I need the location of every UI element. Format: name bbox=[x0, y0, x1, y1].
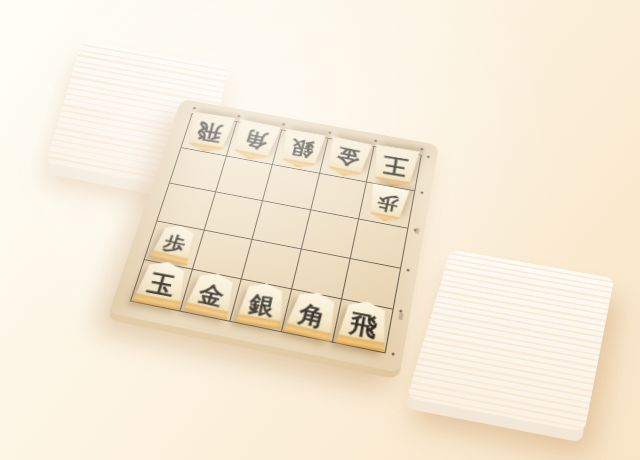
piece-kanji: 飛 bbox=[348, 312, 379, 342]
piece-kanji: 飛 bbox=[195, 120, 224, 143]
piece-gote-king[interactable]: 王 bbox=[370, 145, 420, 190]
grid-end-dot bbox=[406, 268, 410, 271]
piece-kanji: 角 bbox=[296, 301, 328, 330]
piece-gote-silver[interactable]: 銀 bbox=[277, 129, 326, 171]
piece-kanji: 銀 bbox=[288, 137, 315, 159]
grid-end-dot bbox=[237, 115, 240, 118]
piece-kanji: 歩 bbox=[161, 233, 188, 256]
grid-end-dot bbox=[420, 148, 423, 151]
piece-kanji: 王 bbox=[381, 153, 409, 178]
edge-mark bbox=[415, 228, 420, 235]
grid-end-dot bbox=[193, 107, 196, 110]
piece-gote-bishop[interactable]: 角 bbox=[228, 119, 281, 163]
piece-kanji: 金 bbox=[196, 282, 227, 309]
piece-kanji: 金 bbox=[334, 145, 362, 168]
piece-gote-rook[interactable]: 飛 bbox=[183, 112, 235, 155]
grid-end-dot bbox=[427, 155, 430, 158]
piece-kanji: 玉 bbox=[145, 271, 178, 299]
piece-kanji: 角 bbox=[241, 128, 270, 152]
piece-layer: 飛角銀金王歩歩玉金銀角飛 bbox=[130, 113, 422, 353]
piece-sente-silver[interactable]: 銀 bbox=[235, 280, 288, 329]
grid-end-dot bbox=[282, 123, 285, 126]
grid-end-dot bbox=[374, 139, 377, 142]
grid-end-dot bbox=[391, 352, 395, 356]
komadai-right-stand[interactable] bbox=[407, 249, 614, 432]
photo-stage: 飛角銀金王歩歩玉金銀角飛 bbox=[0, 0, 640, 460]
piece-sente-bishop[interactable]: 角 bbox=[284, 287, 342, 341]
grid-end-dot bbox=[420, 191, 423, 194]
piece-sente-gold[interactable]: 金 bbox=[183, 269, 239, 320]
piece-kanji: 銀 bbox=[247, 292, 276, 319]
edge-mark bbox=[398, 313, 403, 320]
piece-kanji: 歩 bbox=[376, 192, 400, 213]
piece-gote-pawn[interactable]: 歩 bbox=[365, 183, 409, 224]
piece-sente-rook[interactable]: 飛 bbox=[336, 298, 392, 352]
grid-end-dot bbox=[328, 131, 331, 134]
piece-sente-king[interactable]: 玉 bbox=[132, 258, 191, 310]
piece-gote-gold[interactable]: 金 bbox=[323, 137, 373, 181]
